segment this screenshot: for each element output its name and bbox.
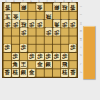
shogi-piece-金-69[interactable]: 金 <box>28 69 35 77</box>
shogi-piece-歩-74[interactable]: 歩 <box>20 28 27 36</box>
file-label-1: 1 <box>70 0 74 2</box>
shogi-piece-歩-76[interactable]: 歩 <box>20 44 27 52</box>
shogi-piece-銀-79[interactable]: 銀 <box>20 69 27 77</box>
shogi-piece-香-11[interactable]: 香 <box>69 3 76 11</box>
rank-label-8: 八 <box>79 63 83 65</box>
file-label-7: 7 <box>21 0 25 2</box>
shogi-piece-角-88[interactable]: 角 <box>12 61 19 69</box>
shogi-board[interactable]: 香玉金銀金銀桂香飛桂角歩歩歩歩歩歩歩歩歩歩歩歩歩歩歩歩歩歩角王金銀飛香桂銀金桂香 <box>2 2 78 78</box>
shogi-piece-角-33[interactable]: 角 <box>53 20 60 28</box>
shogi-piece-歩-63[interactable]: 歩 <box>28 20 35 28</box>
shogi-piece-王-78[interactable]: 王 <box>20 61 27 69</box>
file-label-9: 9 <box>4 0 8 2</box>
shogi-piece-銀-71[interactable]: 銀 <box>20 3 27 11</box>
shogi-piece-銀-48[interactable]: 銀 <box>45 61 52 69</box>
rank-label-6: 六 <box>79 46 83 48</box>
file-label-2: 2 <box>62 0 66 2</box>
rank-label-9: 九 <box>79 71 83 73</box>
shogi-piece-金-82[interactable]: 金 <box>12 12 19 20</box>
shogi-piece-桂-89[interactable]: 桂 <box>12 69 19 77</box>
sente-komadai[interactable] <box>83 26 95 79</box>
shogi-piece-歩-67[interactable]: 歩 <box>28 53 35 61</box>
shogi-app: { "game": "shogi", "position": { "sfen":… <box>0 0 100 100</box>
shogi-piece-銀-31[interactable]: 銀 <box>53 3 60 11</box>
shogi-piece-金-51[interactable]: 金 <box>36 3 43 11</box>
shogi-piece-桂-29[interactable]: 桂 <box>61 69 68 77</box>
shogi-piece-歩-16[interactable]: 歩 <box>69 44 76 52</box>
file-label-5: 5 <box>37 0 41 2</box>
shogi-piece-歩-44[interactable]: 歩 <box>45 28 52 36</box>
shogi-piece-飛-28[interactable]: 飛 <box>61 61 68 69</box>
shogi-piece-金-58[interactable]: 金 <box>36 61 43 69</box>
shogi-piece-香-91[interactable]: 香 <box>4 3 11 11</box>
shogi-piece-香-99[interactable]: 香 <box>4 69 11 77</box>
file-label-6: 6 <box>29 0 33 2</box>
shogi-piece-歩-57[interactable]: 歩 <box>36 53 43 61</box>
shogi-piece-桂-73[interactable]: 桂 <box>20 20 27 28</box>
shogi-piece-歩-93[interactable]: 歩 <box>4 20 11 28</box>
shogi-piece-歩-13[interactable]: 歩 <box>69 20 76 28</box>
shogi-piece-歩-96[interactable]: 歩 <box>4 44 11 52</box>
rank-label-4: 四 <box>79 30 83 32</box>
shogi-piece-歩-34[interactable]: 歩 <box>53 28 60 36</box>
file-label-3: 3 <box>54 0 58 2</box>
shogi-piece-飛-42[interactable]: 飛 <box>45 12 52 20</box>
shogi-piece-歩-37[interactable]: 歩 <box>53 53 60 61</box>
shogi-piece-歩-23[interactable]: 歩 <box>61 20 68 28</box>
file-label-8: 8 <box>12 0 16 2</box>
shogi-piece-香-19[interactable]: 香 <box>69 69 76 77</box>
shogi-piece-歩-83[interactable]: 歩 <box>12 20 19 28</box>
shogi-piece-歩-27[interactable]: 歩 <box>61 53 68 61</box>
rank-label-1: 一 <box>79 5 83 7</box>
rank-label-3: 三 <box>79 21 83 23</box>
file-label-4: 4 <box>45 0 49 2</box>
shogi-piece-玉-92[interactable]: 玉 <box>4 12 11 20</box>
shogi-piece-桂-21[interactable]: 桂 <box>61 3 68 11</box>
rank-label-2: 二 <box>79 13 83 15</box>
shogi-piece-歩-53[interactable]: 歩 <box>36 20 43 28</box>
rank-label-5: 五 <box>79 38 83 40</box>
shogi-piece-歩-47[interactable]: 歩 <box>45 53 52 61</box>
shogi-piece-歩-87[interactable]: 歩 <box>12 53 19 61</box>
